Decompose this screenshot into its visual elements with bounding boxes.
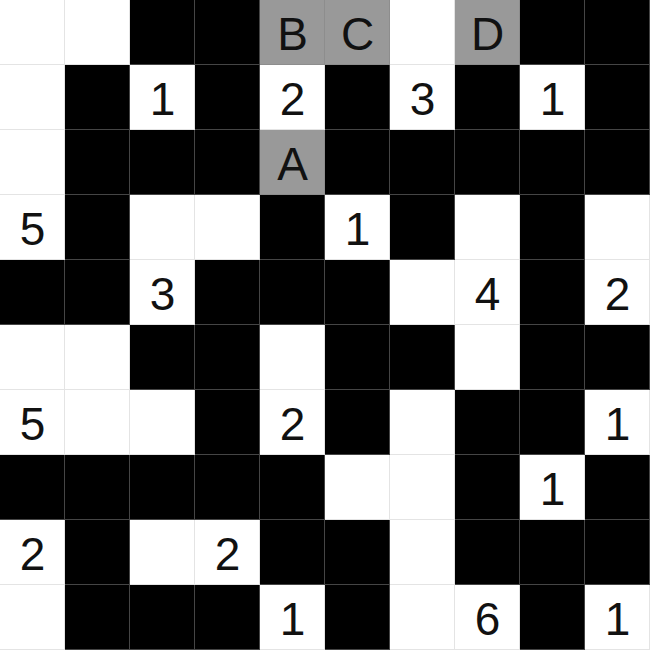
black-cell-r2c8 [455, 65, 520, 130]
black-cell-r10c2 [65, 585, 130, 650]
clue-cell-r10c5: 1 [260, 585, 325, 650]
black-cell-r2c6 [325, 65, 390, 130]
black-cell-r3c9 [520, 130, 585, 195]
clue-cell-r8c9: 1 [520, 455, 585, 520]
black-cell-r8c2 [65, 455, 130, 520]
black-cell-r1c4 [195, 0, 260, 65]
empty-cell-r6c8 [455, 325, 520, 390]
option-cell-c[interactable]: C [325, 0, 390, 65]
black-cell-r10c4 [195, 585, 260, 650]
empty-cell-r7c7 [390, 390, 455, 455]
empty-cell-r4c8 [455, 195, 520, 260]
black-cell-r1c3 [130, 0, 195, 65]
black-cell-r3c7 [390, 130, 455, 195]
black-cell-r10c6 [325, 585, 390, 650]
empty-cell-r7c3 [130, 390, 195, 455]
clue-cell-r2c5: 2 [260, 65, 325, 130]
empty-cell-r7c2 [65, 390, 130, 455]
black-cell-r3c2 [65, 130, 130, 195]
option-cell-b[interactable]: B [260, 0, 325, 65]
clue-cell-r10c8: 6 [455, 585, 520, 650]
clue-cell-r2c7: 3 [390, 65, 455, 130]
black-cell-r5c6 [325, 260, 390, 325]
clue-cell-r2c3: 1 [130, 65, 195, 130]
black-cell-r5c9 [520, 260, 585, 325]
black-cell-r7c9 [520, 390, 585, 455]
black-cell-r9c6 [325, 520, 390, 585]
empty-cell-r6c2 [65, 325, 130, 390]
black-cell-r8c10 [585, 455, 650, 520]
clue-cell-r7c5: 2 [260, 390, 325, 455]
empty-cell-r9c7 [390, 520, 455, 585]
black-cell-r9c9 [520, 520, 585, 585]
black-cell-r7c4 [195, 390, 260, 455]
puzzle-board: BCD1231A51342521122161 [0, 0, 650, 650]
clue-cell-r7c1: 5 [0, 390, 65, 455]
option-cell-d[interactable]: D [455, 0, 520, 65]
black-cell-r9c2 [65, 520, 130, 585]
black-cell-r9c8 [455, 520, 520, 585]
black-cell-r1c10 [585, 0, 650, 65]
black-cell-r10c9 [520, 585, 585, 650]
empty-cell-r4c10 [585, 195, 650, 260]
black-cell-r5c5 [260, 260, 325, 325]
black-cell-r3c6 [325, 130, 390, 195]
black-cell-r3c4 [195, 130, 260, 195]
empty-cell-r8c6 [325, 455, 390, 520]
empty-cell-r9c3 [130, 520, 195, 585]
black-cell-r3c8 [455, 130, 520, 195]
black-cell-r4c2 [65, 195, 130, 260]
clue-cell-r7c10: 1 [585, 390, 650, 455]
black-cell-r8c4 [195, 455, 260, 520]
empty-cell-r8c7 [390, 455, 455, 520]
black-cell-r1c9 [520, 0, 585, 65]
black-cell-r8c8 [455, 455, 520, 520]
clue-cell-r4c6: 1 [325, 195, 390, 260]
clue-cell-r5c3: 3 [130, 260, 195, 325]
black-cell-r9c5 [260, 520, 325, 585]
black-cell-r6c7 [390, 325, 455, 390]
black-cell-r3c10 [585, 130, 650, 195]
black-cell-r5c1 [0, 260, 65, 325]
black-cell-r4c5 [260, 195, 325, 260]
clue-cell-r2c9: 1 [520, 65, 585, 130]
option-cell-a[interactable]: A [260, 130, 325, 195]
clue-cell-r5c8: 4 [455, 260, 520, 325]
empty-cell-r10c1 [0, 585, 65, 650]
clue-cell-r9c1: 2 [0, 520, 65, 585]
clue-cell-r4c1: 5 [0, 195, 65, 260]
empty-cell-r4c3 [130, 195, 195, 260]
empty-cell-r1c7 [390, 0, 455, 65]
clue-cell-r5c10: 2 [585, 260, 650, 325]
empty-cell-r5c7 [390, 260, 455, 325]
black-cell-r6c9 [520, 325, 585, 390]
black-cell-r6c6 [325, 325, 390, 390]
black-cell-r2c10 [585, 65, 650, 130]
empty-cell-r6c5 [260, 325, 325, 390]
black-cell-r9c10 [585, 520, 650, 585]
black-cell-r2c2 [65, 65, 130, 130]
empty-cell-r3c1 [0, 130, 65, 195]
clue-cell-r10c10: 1 [585, 585, 650, 650]
empty-cell-r2c1 [0, 65, 65, 130]
black-cell-r8c3 [130, 455, 195, 520]
empty-cell-r1c2 [65, 0, 130, 65]
clue-cell-r9c4: 2 [195, 520, 260, 585]
black-cell-r6c3 [130, 325, 195, 390]
black-cell-r2c4 [195, 65, 260, 130]
black-cell-r6c10 [585, 325, 650, 390]
empty-cell-r4c4 [195, 195, 260, 260]
black-cell-r6c4 [195, 325, 260, 390]
black-cell-r4c9 [520, 195, 585, 260]
black-cell-r8c5 [260, 455, 325, 520]
empty-cell-r6c1 [0, 325, 65, 390]
black-cell-r8c1 [0, 455, 65, 520]
empty-cell-r10c7 [390, 585, 455, 650]
black-cell-r5c4 [195, 260, 260, 325]
black-cell-r10c3 [130, 585, 195, 650]
black-cell-r5c2 [65, 260, 130, 325]
black-cell-r4c7 [390, 195, 455, 260]
black-cell-r7c6 [325, 390, 390, 455]
empty-cell-r1c1 [0, 0, 65, 65]
black-cell-r3c3 [130, 130, 195, 195]
black-cell-r7c8 [455, 390, 520, 455]
